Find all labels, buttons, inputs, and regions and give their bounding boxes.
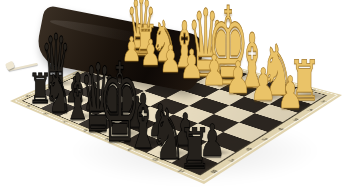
chess-set-product-scene: aabbccddeeffgghh1122334455667788 ♜♞♝♛♚♝♞… xyxy=(0,0,350,195)
drawstring-cord xyxy=(6,60,40,72)
bag-fold-highlight xyxy=(49,16,188,53)
